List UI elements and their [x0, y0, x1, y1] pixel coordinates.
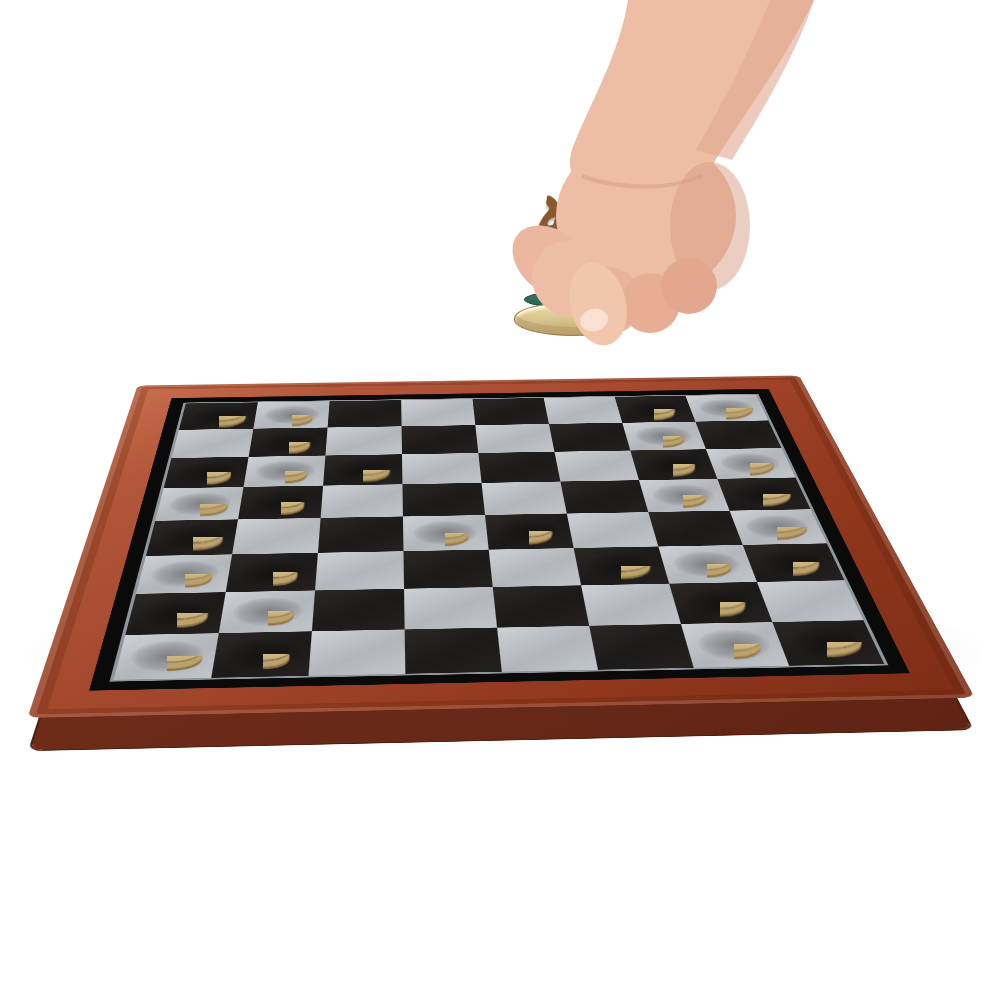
product-photo-scene: { "game": "chess", "theme": "Trojan War …: [0, 0, 1000, 1000]
white-rook-icon: ♜: [92, 561, 243, 645]
knuckle-4: [661, 258, 717, 314]
pieces-layer: ♜♝♛♚♝♞♜♟♟♟♟♟♟♟♟♞♜♝♛♚♝♜♟♟♟♟♟♟♟♟♞: [114, 395, 885, 680]
black-pawn-icon: ♟: [659, 579, 808, 637]
piece-white-pawn-e4[interactable]: ♟: [403, 515, 489, 551]
human-hand: [470, 0, 1000, 430]
piece-black-pawn-h7[interactable]: ♟: [681, 622, 789, 668]
piece-white-rook-h1[interactable]: ♜: [114, 633, 219, 680]
white-pawn-icon: ♟: [379, 475, 512, 527]
